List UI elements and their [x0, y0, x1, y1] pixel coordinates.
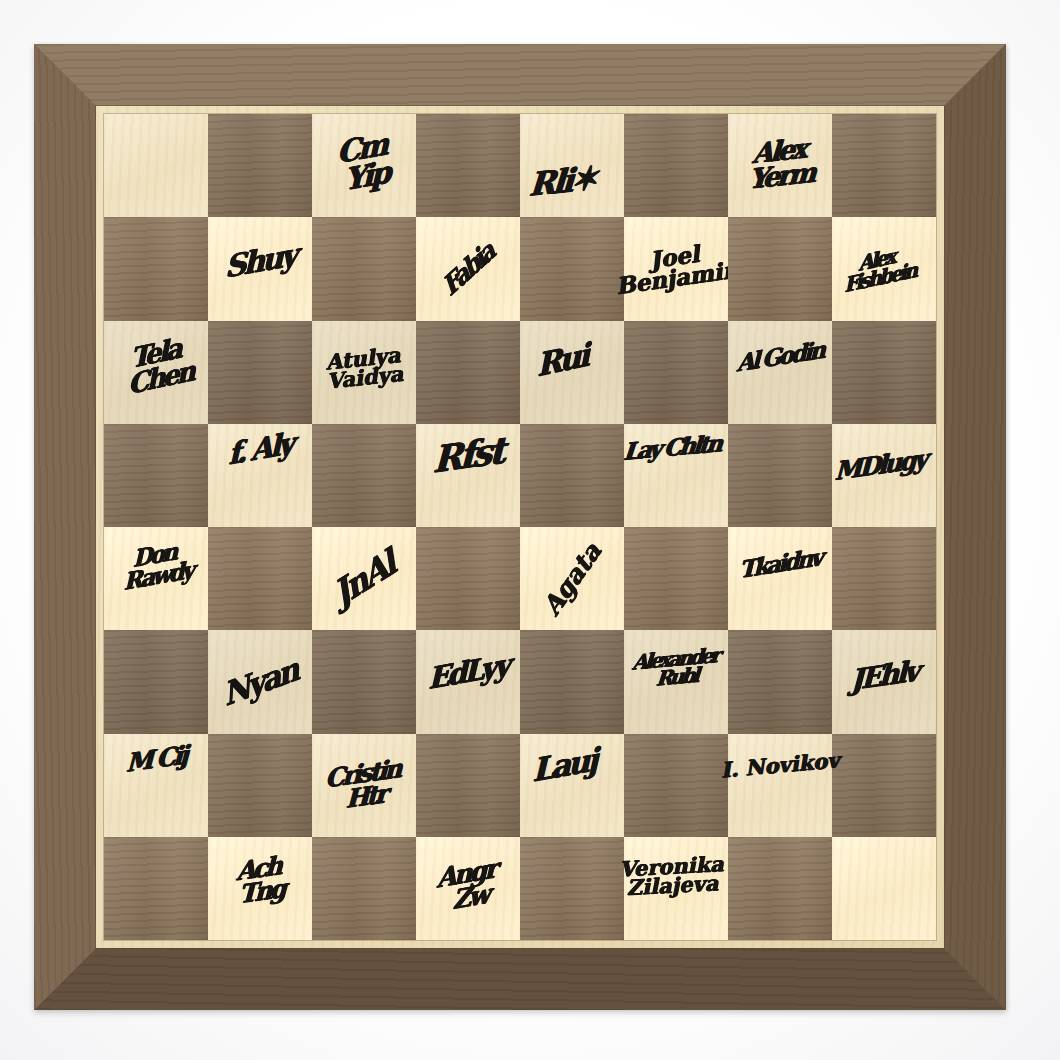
- square-g3: [728, 630, 832, 733]
- square-h7: AlexFishbein: [832, 217, 936, 320]
- square-c2: CristinHtr: [312, 734, 416, 837]
- signature-b1: AchTng: [234, 854, 285, 906]
- signature-g6: Al Godin: [735, 339, 824, 374]
- square-e6: Rui: [520, 321, 624, 424]
- signature-a6: TelaChen: [121, 335, 196, 397]
- signature-a4: DonRawdy: [118, 538, 193, 592]
- square-b3: Nyan: [208, 630, 312, 733]
- square-a8: [104, 114, 208, 217]
- signature-h7: AlexFishbein: [839, 243, 918, 294]
- square-d2: [416, 734, 520, 837]
- square-b1: AchTng: [208, 837, 312, 940]
- square-h5: MDlugy: [832, 424, 936, 527]
- square-g8: AlexYerm: [728, 114, 832, 217]
- square-c3: [312, 630, 416, 733]
- square-e2: Lauj: [520, 734, 624, 837]
- square-g6: Al Godin: [728, 321, 832, 424]
- square-g5: [728, 424, 832, 527]
- square-c7: [312, 217, 416, 320]
- square-g7: [728, 217, 832, 320]
- signature-c2: CristinHtr: [324, 757, 405, 813]
- square-h1: [832, 837, 936, 940]
- signature-f7: JoelBenjamin: [612, 237, 741, 296]
- signature-h3: JEhlv: [849, 658, 919, 693]
- signature-c6: AtulyaVaidya: [324, 345, 404, 391]
- signature-e2: Lauj: [530, 746, 598, 785]
- square-e5: [520, 424, 624, 527]
- square-a2: M Cij: [104, 734, 208, 837]
- signature-g8: AlexYerm: [745, 136, 815, 192]
- square-e7: [520, 217, 624, 320]
- square-f6: [624, 321, 728, 424]
- signature-a2: M Cij: [125, 744, 187, 775]
- signature-g4: Tkaidnv: [738, 546, 822, 580]
- signature-b7: Shuy: [223, 241, 297, 280]
- square-a3: [104, 630, 208, 733]
- square-c5: [312, 424, 416, 527]
- square-d8: [416, 114, 520, 217]
- square-c1: [312, 837, 416, 940]
- square-h4: [832, 527, 936, 630]
- square-b5: f. Aly: [208, 424, 312, 527]
- square-a4: DonRawdy: [104, 527, 208, 630]
- square-b6: [208, 321, 312, 424]
- square-f4: [624, 527, 728, 630]
- square-d6: [416, 321, 520, 424]
- signature-e8: Rli✶: [528, 164, 596, 200]
- square-f5: Lay Chltn: [624, 424, 728, 527]
- square-b4: [208, 527, 312, 630]
- signature-d7: Fabia: [438, 240, 499, 298]
- square-h2: [832, 734, 936, 837]
- signature-f1: VeronikaZilajeva: [619, 854, 725, 898]
- signature-g2: I. Novikov: [720, 750, 840, 780]
- square-g2: I. Novikov: [728, 734, 832, 837]
- square-e3: [520, 630, 624, 733]
- signature-f5: Lay Chltn: [623, 433, 721, 462]
- square-d1: AngrZw: [416, 837, 520, 940]
- square-d5: Rfst: [416, 424, 520, 527]
- chessboard: CmYipRli✶AlexYermShuyFabiaJoelBenjaminAl…: [34, 44, 1006, 1010]
- square-a6: TelaChen: [104, 321, 208, 424]
- square-e1: [520, 837, 624, 940]
- signature-e6: Rui: [534, 341, 590, 380]
- square-f8: [624, 114, 728, 217]
- signature-h5: MDlugy: [833, 448, 926, 483]
- square-e4: Agata: [520, 527, 624, 630]
- square-c4: JnAl: [312, 527, 416, 630]
- signature-b5: f. Aly: [226, 431, 294, 468]
- signature-c4: JnAl: [328, 548, 400, 609]
- square-d7: Fabia: [416, 217, 520, 320]
- square-h8: [832, 114, 936, 217]
- signature-d3: EdLyy: [426, 652, 510, 692]
- signature-d1: AngrZw: [435, 858, 501, 915]
- square-e8: Rli✶: [520, 114, 624, 217]
- square-a5: [104, 424, 208, 527]
- square-a1: [104, 837, 208, 940]
- square-c8: CmYip: [312, 114, 416, 217]
- photo-of-signed-chessboard: CmYipRli✶AlexYermShuyFabiaJoelBenjaminAl…: [0, 0, 1060, 1060]
- signature-d5: Rfst: [431, 434, 505, 477]
- signature-f3: AlexanderRubl: [632, 646, 720, 690]
- square-d3: EdLyy: [416, 630, 520, 733]
- signature-e4: Agata: [539, 539, 604, 618]
- square-b7: Shuy: [208, 217, 312, 320]
- square-g1: [728, 837, 832, 940]
- square-h3: JEhlv: [832, 630, 936, 733]
- square-g4: Tkaidnv: [728, 527, 832, 630]
- square-f1: VeronikaZilajeva: [624, 837, 728, 940]
- square-h6: [832, 321, 936, 424]
- signature-b3: Nyan: [219, 655, 301, 708]
- square-f3: AlexanderRubl: [624, 630, 728, 733]
- square-a7: [104, 217, 208, 320]
- square-f2: [624, 734, 728, 837]
- square-d4: [416, 527, 520, 630]
- square-c6: AtulyaVaidya: [312, 321, 416, 424]
- signature-c8: CmYip: [335, 130, 393, 193]
- square-b2: [208, 734, 312, 837]
- square-f7: JoelBenjamin: [624, 217, 728, 320]
- square-b8: [208, 114, 312, 217]
- board-grid: CmYipRli✶AlexYermShuyFabiaJoelBenjaminAl…: [104, 114, 936, 940]
